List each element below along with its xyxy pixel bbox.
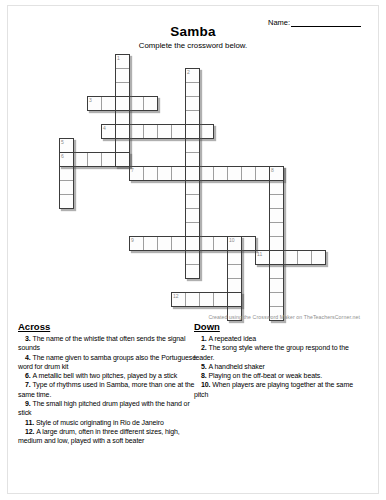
grid-cell[interactable] (157, 166, 172, 181)
grid-cell[interactable] (157, 236, 172, 251)
grid-clue-number: 12 (173, 294, 179, 299)
grid-cell[interactable] (157, 124, 172, 139)
grid-cell[interactable] (227, 292, 242, 307)
grid-cell[interactable] (269, 208, 284, 223)
grid-clue-number: 6 (61, 154, 64, 159)
grid-cell[interactable] (199, 292, 214, 307)
grid-cell[interactable] (115, 152, 130, 167)
grid-cell[interactable] (185, 96, 200, 111)
grid-cell[interactable] (143, 236, 158, 251)
clue-item: 6. A metallic bell with two pitches, pla… (18, 371, 196, 380)
grid-cell[interactable] (185, 292, 200, 307)
grid-cell[interactable] (199, 236, 214, 251)
grid-cell[interactable] (185, 124, 200, 139)
grid-cell[interactable] (59, 194, 74, 209)
page-subtitle: Complete the crossword below. (0, 41, 386, 50)
grid-clue-number: 3 (89, 98, 92, 103)
grid-cell[interactable] (185, 110, 200, 125)
grid-cell[interactable] (59, 180, 74, 195)
grid-cell[interactable] (227, 166, 242, 181)
grid-cell[interactable] (297, 250, 312, 265)
grid-cell[interactable] (185, 250, 200, 265)
grid-cell[interactable] (185, 166, 200, 181)
grid-cell[interactable] (73, 152, 88, 167)
crossword-grid: 346791112125810 (59, 54, 327, 322)
grid-cell[interactable] (185, 138, 200, 153)
clue-item: 3. The name of the whistle that often se… (18, 334, 196, 353)
grid-cell[interactable] (269, 264, 284, 279)
grid-cell[interactable] (269, 180, 284, 195)
grid-cell[interactable] (115, 110, 130, 125)
grid-cell[interactable] (59, 166, 74, 181)
grid-cell[interactable] (227, 250, 242, 265)
clue-item: 4. The name given to samba groups also t… (18, 353, 196, 372)
clue-item: 1. A repeated idea (194, 334, 366, 343)
clue-item: 5. A handheld shaker (194, 362, 366, 371)
grid-cell[interactable] (185, 236, 200, 251)
grid-cell[interactable] (129, 124, 144, 139)
grid-cell[interactable] (311, 250, 326, 265)
grid-clue-number: 2 (187, 70, 190, 75)
grid-clue-number: 11 (257, 252, 262, 257)
grid-cell[interactable] (269, 236, 284, 251)
grid-cell[interactable] (255, 166, 270, 181)
clue-item: 7. Type of rhythms used in Samba, more t… (18, 380, 196, 399)
worksheet-page: Name: Samba Complete the crossword below… (0, 0, 386, 500)
grid-clue-number: 10 (229, 238, 235, 243)
grid-cell[interactable] (213, 236, 228, 251)
grid-cell[interactable] (129, 96, 144, 111)
grid-cell[interactable] (101, 96, 116, 111)
grid-cell[interactable] (185, 180, 200, 195)
grid-cell[interactable] (115, 124, 130, 139)
grid-clue-number: 8 (271, 168, 274, 173)
grid-cell[interactable] (185, 264, 200, 279)
grid-cell[interactable] (171, 236, 186, 251)
clue-item: 10. When players are playing together at… (194, 380, 366, 399)
grid-cell[interactable] (269, 292, 284, 307)
grid-cell[interactable] (171, 124, 186, 139)
grid-cell[interactable] (199, 166, 214, 181)
across-clue-list: 3. The name of the whistle that often se… (18, 334, 196, 446)
grid-clue-number: 1 (117, 56, 120, 61)
grid-cell[interactable] (185, 222, 200, 237)
clue-item: 11. Style of music originating in Rio de… (18, 418, 196, 427)
grid-clue-number: 4 (103, 126, 106, 131)
grid-cell[interactable] (115, 138, 130, 153)
grid-cell[interactable] (269, 194, 284, 209)
grid-cell[interactable] (241, 236, 256, 251)
down-clue-list: 1. A repeated idea2. The song style wher… (194, 334, 366, 399)
grid-clue-number: 5 (61, 140, 64, 145)
grid-cell[interactable] (213, 292, 228, 307)
across-heading: Across (18, 321, 196, 332)
clue-item: 9. The small high pitched drum played wi… (18, 399, 196, 418)
grid-cell[interactable] (227, 264, 242, 279)
grid-cell[interactable] (269, 250, 284, 265)
grid-cell[interactable] (269, 278, 284, 293)
grid-cell[interactable] (185, 194, 200, 209)
grid-cell[interactable] (269, 222, 284, 237)
grid-cell[interactable] (185, 152, 200, 167)
grid-cell[interactable] (115, 82, 130, 97)
down-heading: Down (194, 321, 366, 332)
grid-cell[interactable] (213, 166, 228, 181)
grid-cell[interactable] (143, 124, 158, 139)
grid-cell[interactable] (185, 82, 200, 97)
grid-cell[interactable] (143, 166, 158, 181)
grid-cell[interactable] (185, 208, 200, 223)
grid-cell[interactable] (283, 250, 298, 265)
grid-cell[interactable] (87, 152, 102, 167)
grid-cell[interactable] (241, 166, 256, 181)
grid-cell[interactable] (227, 278, 242, 293)
clue-item: 8. Playing on the off-beat or weak beats… (194, 371, 366, 380)
grid-cell[interactable] (199, 124, 214, 139)
page-title: Samba (0, 24, 386, 39)
grid-clue-number: 7 (131, 168, 134, 173)
grid-cell[interactable] (101, 152, 116, 167)
down-clues-section: Down 1. A repeated idea2. The song style… (194, 321, 366, 399)
grid-cell[interactable] (115, 96, 130, 111)
grid-cell[interactable] (143, 96, 158, 111)
credit-text: Created using the Crossword Maker on The… (208, 314, 360, 320)
grid-cell[interactable] (115, 68, 130, 83)
grid-clue-number: 9 (131, 238, 134, 243)
grid-cell[interactable] (171, 166, 186, 181)
across-clues-section: Across 3. The name of the whistle that o… (18, 321, 196, 446)
clue-item: 12. A large drum, often in three differe… (18, 427, 196, 446)
clue-item: 2. The song style where the group respon… (194, 343, 366, 362)
